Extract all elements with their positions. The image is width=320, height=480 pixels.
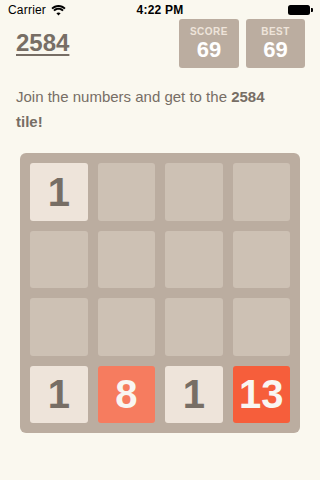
wifi-icon bbox=[51, 5, 66, 19]
game-title-link[interactable]: 2584 bbox=[16, 29, 69, 57]
score-value: 69 bbox=[190, 37, 228, 62]
tile: 1 bbox=[30, 163, 88, 221]
carrier-label: Carrier bbox=[8, 3, 46, 17]
battery-full-icon bbox=[288, 5, 310, 15]
game-board[interactable]: 1 1 8 1 13 bbox=[20, 153, 300, 433]
grid-cell bbox=[165, 298, 223, 356]
grid-cell bbox=[233, 163, 291, 221]
best-value: 69 bbox=[257, 37, 294, 62]
tile: 1 bbox=[30, 366, 88, 424]
grid-cell bbox=[98, 163, 156, 221]
score-label: SCORE bbox=[190, 26, 228, 37]
grid-cell bbox=[98, 231, 156, 289]
grid-cell bbox=[233, 231, 291, 289]
intro-text: Join the numbers and get to the 2584 til… bbox=[16, 84, 288, 134]
score-box: SCORE 69 bbox=[179, 19, 239, 68]
best-box: BEST 69 bbox=[246, 19, 305, 68]
app-screen: Carrier 4:22 PM 2584 SCORE 69 BEST 69 Jo… bbox=[0, 0, 320, 480]
status-time: 4:22 PM bbox=[137, 3, 184, 17]
grid-cell bbox=[233, 298, 291, 356]
score-panel: SCORE 69 BEST 69 bbox=[179, 19, 305, 68]
best-label: BEST bbox=[257, 26, 294, 37]
tile: 8 bbox=[98, 366, 156, 424]
grid-cell bbox=[98, 298, 156, 356]
status-bar: Carrier 4:22 PM bbox=[0, 0, 320, 20]
grid-cell bbox=[30, 298, 88, 356]
tile: 1 bbox=[165, 366, 223, 424]
grid-cell bbox=[165, 231, 223, 289]
grid-cell bbox=[165, 163, 223, 221]
grid-cell bbox=[30, 231, 88, 289]
tile: 13 bbox=[233, 366, 291, 424]
intro-prefix: Join the numbers and get to the bbox=[16, 88, 231, 105]
